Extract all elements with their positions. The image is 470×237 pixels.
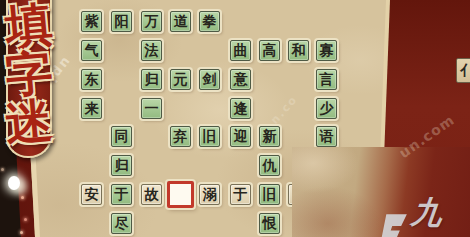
tile-r2c9-寡[interactable]: 寡 <box>316 40 337 61</box>
tile-r5c2-同[interactable]: 同 <box>111 126 132 147</box>
title-char-1: 填 <box>0 0 60 52</box>
tile-r8c7-恨[interactable]: 恨 <box>259 213 280 234</box>
9game-logo-text: 九游 <box>404 192 470 237</box>
tile-r4c1-来[interactable]: 来 <box>81 98 102 119</box>
game-title: 填 字 迷 <box>0 2 58 146</box>
tile-r1c4-道[interactable]: 道 <box>170 11 191 32</box>
tile-r8c2-尽[interactable]: 尽 <box>111 213 132 234</box>
title-char-2: 字 <box>0 48 60 101</box>
tile-r1c2-阳[interactable]: 阳 <box>111 11 132 32</box>
tile-r3c4-元[interactable]: 元 <box>170 69 191 90</box>
tile-r3c6-意[interactable]: 意 <box>230 69 251 90</box>
tile-r1c3-万[interactable]: 万 <box>141 11 162 32</box>
tile-r2c1-气[interactable]: 气 <box>81 40 102 61</box>
9game-bolt-icon <box>376 213 407 237</box>
tile-r7c3-故[interactable]: 故 <box>141 184 162 205</box>
tile-r7c4-blank[interactable] <box>167 181 194 208</box>
tile-r5c5-旧[interactable]: 旧 <box>199 126 220 147</box>
tile-r5c7-新[interactable]: 新 <box>259 126 280 147</box>
tile-r2c3-法[interactable]: 法 <box>141 40 162 61</box>
tile-r6c7-仇[interactable]: 仇 <box>259 155 280 176</box>
tile-r7c1-安[interactable]: 安 <box>81 184 102 205</box>
9game-logo: 九游 <box>374 192 470 237</box>
partial-character-tile[interactable]: 亻 <box>456 58 470 83</box>
tile-r3c1-东[interactable]: 东 <box>81 69 102 90</box>
tile-r1c5-拳[interactable]: 拳 <box>199 11 220 32</box>
tile-r5c9-语[interactable]: 语 <box>316 126 337 147</box>
tile-r1c1-紫[interactable]: 紫 <box>81 11 102 32</box>
tile-r7c5-溺[interactable]: 溺 <box>199 184 220 205</box>
game-screen: 紫阳万道拳气法曲高和寡东归元剑意言来一逢少同弃旧迎新语归仇安于故溺于旧尽恨 wy… <box>0 0 470 237</box>
tile-r4c9-少[interactable]: 少 <box>316 98 337 119</box>
tile-r2c6-曲[interactable]: 曲 <box>230 40 251 61</box>
tile-r2c8-和[interactable]: 和 <box>288 40 309 61</box>
tile-r5c6-迎[interactable]: 迎 <box>230 126 251 147</box>
tile-r7c6-于[interactable]: 于 <box>230 184 251 205</box>
tile-r3c5-剑[interactable]: 剑 <box>199 69 220 90</box>
tile-r4c3-一[interactable]: 一 <box>141 98 162 119</box>
tile-r7c7-旧[interactable]: 旧 <box>259 184 280 205</box>
tile-r6c2-归[interactable]: 归 <box>111 155 132 176</box>
tile-r5c4-弃[interactable]: 弃 <box>170 126 191 147</box>
tile-r7c2-于[interactable]: 于 <box>111 184 132 205</box>
tile-r3c3-归[interactable]: 归 <box>141 69 162 90</box>
tile-r4c6-逢[interactable]: 逢 <box>230 98 251 119</box>
title-char-3: 迷 <box>0 96 60 149</box>
tile-r2c7-高[interactable]: 高 <box>259 40 280 61</box>
tile-r3c9-言[interactable]: 言 <box>316 69 337 90</box>
